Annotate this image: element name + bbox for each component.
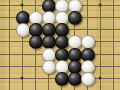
white-stone (68, 35, 82, 49)
white-stone (81, 72, 95, 86)
go-board-screenshot (0, 0, 120, 90)
white-stone (81, 35, 95, 49)
star-point (21, 4, 24, 7)
star-point (99, 77, 102, 80)
black-stone (55, 35, 69, 49)
star-point (21, 77, 24, 80)
black-stone (42, 35, 56, 49)
grid-line-vertical-1 (9, 0, 10, 90)
black-stone (68, 11, 82, 25)
white-stone (42, 60, 56, 74)
black-stone (29, 35, 43, 49)
black-stone (68, 72, 82, 86)
star-point (99, 4, 102, 7)
go-board[interactable] (0, 0, 120, 90)
white-stone (16, 23, 30, 37)
grid-line-vertical-9 (113, 0, 114, 90)
black-stone (55, 72, 69, 86)
